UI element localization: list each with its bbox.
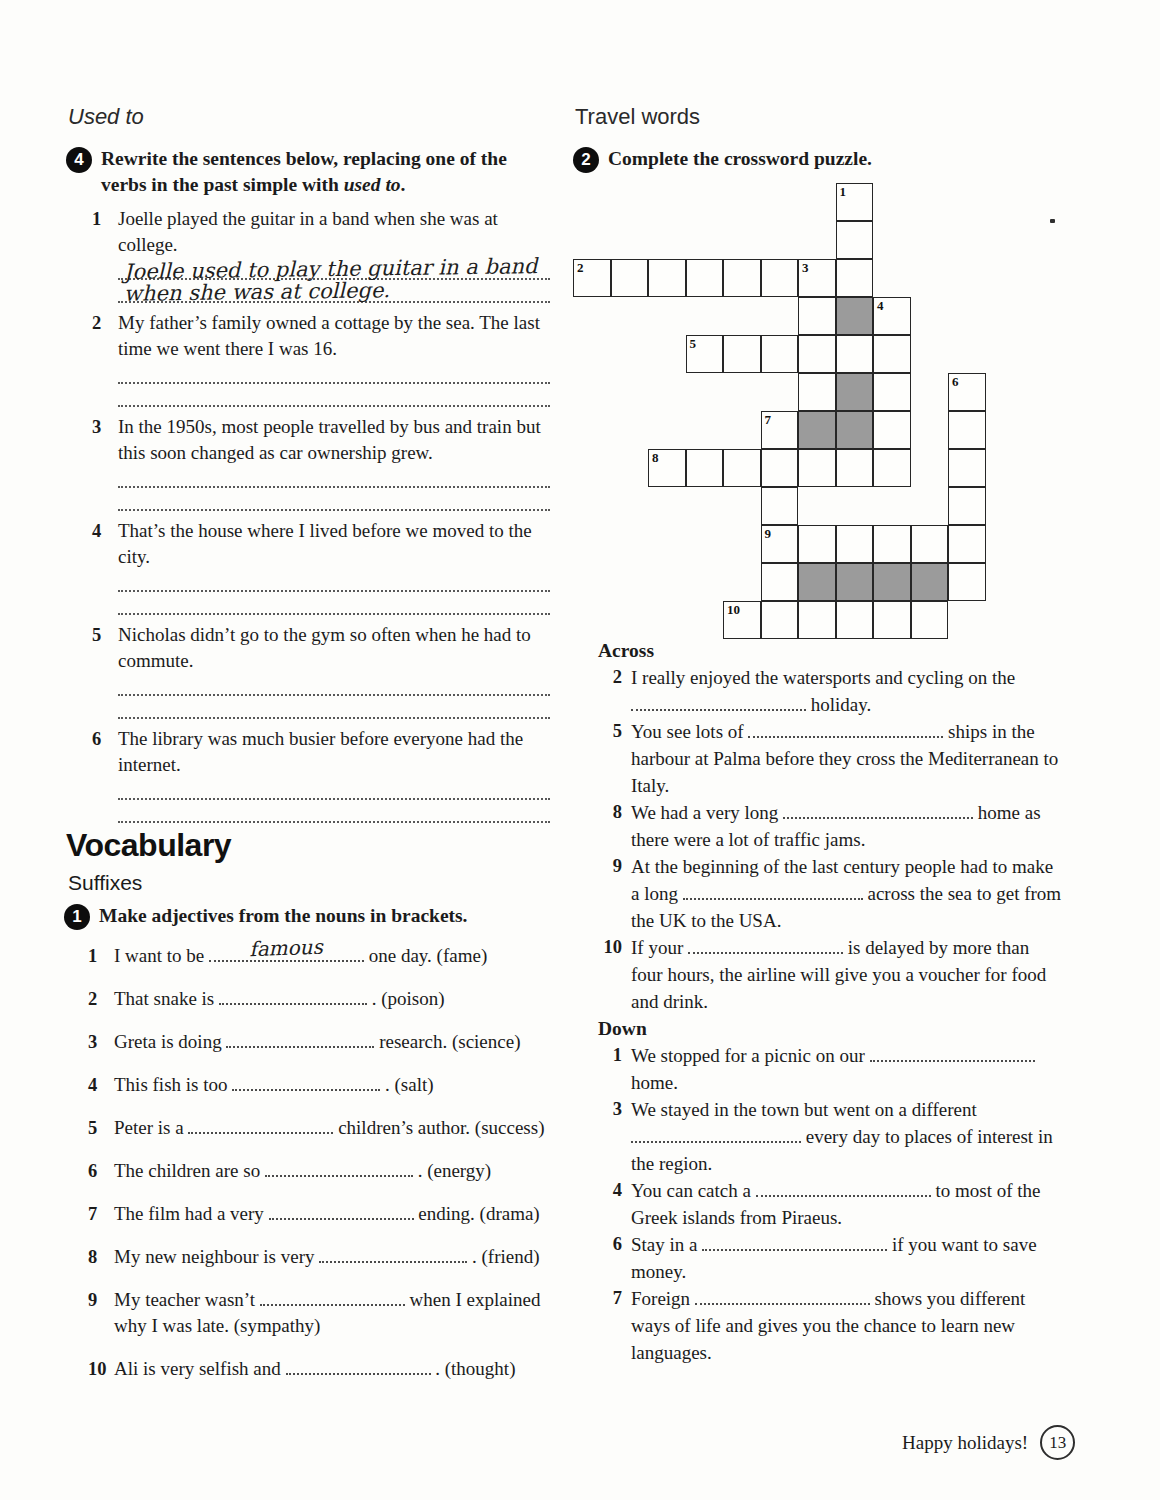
down-clue: 1We stopped for a picnic on our home. xyxy=(598,1042,1068,1096)
clue-fill-in-blank[interactable] xyxy=(783,804,973,819)
crossword-cell[interactable] xyxy=(798,297,836,335)
crossword-cell[interactable] xyxy=(873,411,911,449)
used-to-item: 1Joelle played the guitar in a band when… xyxy=(90,206,550,303)
used-to-item-row: 2My father’s family owned a cottage by t… xyxy=(90,310,550,407)
answer-dotted-line[interactable]: when she was at college. xyxy=(118,280,550,303)
page-number-badge: 13 xyxy=(1040,1425,1075,1460)
crossword-cell[interactable] xyxy=(723,259,761,297)
fill-in-blank[interactable]: famous xyxy=(209,947,364,962)
exercise-1-instruction-text: Make adjectives from the nouns in bracke… xyxy=(99,903,468,929)
item-number: 2 xyxy=(86,986,114,1012)
down-heading: Down xyxy=(598,1015,1068,1042)
vocabulary-item: 2That snake is . (poison) xyxy=(86,986,560,1012)
item-number: 1 xyxy=(86,943,114,969)
answer-dotted-line[interactable] xyxy=(118,800,550,823)
down-clue: 7Foreign shows you different ways of lif… xyxy=(598,1285,1068,1366)
crossword-cell[interactable] xyxy=(911,601,949,639)
crossword-cell[interactable] xyxy=(948,525,986,563)
vocabulary-heading: Vocabulary xyxy=(66,827,231,864)
used-to-item: 2My father’s family owned a cottage by t… xyxy=(90,310,550,407)
crossword-cell[interactable] xyxy=(611,259,649,297)
exercise-1-number-badge: 1 xyxy=(64,904,90,930)
clue-fill-in-blank[interactable] xyxy=(702,1236,887,1251)
across-clue: 5You see lots of ships in the harbour at… xyxy=(598,718,1068,799)
clue-text: We had a very long home as there were a … xyxy=(631,799,1065,853)
vocabulary-item: 1I want to be famous one day. (fame) xyxy=(86,943,560,969)
instruction-italic-part: used to xyxy=(344,174,401,195)
crossword-cell[interactable] xyxy=(761,259,799,297)
clue-number: 6 xyxy=(598,1231,622,1285)
crossword-clue-number: 8 xyxy=(652,450,659,465)
item-sentence: Nicholas didn’t go to the gym so often w… xyxy=(118,622,550,719)
crossword-cell[interactable]: 5 xyxy=(686,335,724,373)
clue-fill-in-blank[interactable] xyxy=(748,723,943,738)
fill-in-blank[interactable] xyxy=(232,1076,380,1091)
crossword-cell[interactable] xyxy=(686,449,724,487)
item-number: 3 xyxy=(86,1029,114,1055)
clue-text: At the beginning of the last century peo… xyxy=(631,853,1065,934)
crossword-cell[interactable] xyxy=(948,487,986,525)
item-number: 4 xyxy=(90,518,118,615)
crossword-cell[interactable]: 4 xyxy=(873,297,911,335)
clue-number: 9 xyxy=(598,853,622,934)
answer-dotted-line[interactable] xyxy=(118,362,550,384)
fill-in-blank[interactable] xyxy=(286,1360,431,1375)
crossword-clue-number: 6 xyxy=(952,374,959,389)
down-clue: 3We stayed in the town but went on a dif… xyxy=(598,1096,1068,1177)
crossword-cell[interactable] xyxy=(686,259,724,297)
across-heading: Across xyxy=(598,637,1068,664)
down-clue: 4You can catch a to most of the Greek is… xyxy=(598,1177,1068,1231)
used-to-heading: Used to xyxy=(68,104,144,130)
item-sentence: Joelle played the guitar in a band when … xyxy=(118,206,550,303)
fill-in-blank[interactable] xyxy=(269,1205,414,1220)
crossword-blocked-cell xyxy=(836,373,874,411)
clue-text: You can catch a to most of the Greek isl… xyxy=(631,1177,1065,1231)
item-number: 2 xyxy=(90,310,118,407)
used-to-item: 4That’s the house where I lived before w… xyxy=(90,518,550,615)
clue-number: 10 xyxy=(598,934,622,1015)
crossword-cell[interactable]: 3 xyxy=(798,259,836,297)
crossword-cell[interactable]: 1 xyxy=(836,183,874,221)
crossword-cell[interactable] xyxy=(836,449,874,487)
crossword-clue-number: 5 xyxy=(690,336,697,351)
crossword-cell[interactable] xyxy=(761,563,799,601)
vocabulary-items-list: 1I want to be famous one day. (fame)2Tha… xyxy=(86,943,560,1399)
crossword-cell[interactable] xyxy=(911,525,949,563)
item-sentence: In the 1950s, most people travelled by b… xyxy=(118,414,550,511)
answer-dotted-line[interactable] xyxy=(118,488,550,511)
item-number: 1 xyxy=(90,206,118,303)
crossword-clue-number: 2 xyxy=(577,260,584,275)
crossword-cell[interactable] xyxy=(648,259,686,297)
fill-in-blank[interactable] xyxy=(226,1033,374,1048)
fill-in-blank[interactable] xyxy=(219,990,367,1005)
crossword-clue-number: 9 xyxy=(765,526,772,541)
item-sentence: The library was much busier before every… xyxy=(118,726,550,823)
item-number: 7 xyxy=(86,1201,114,1227)
item-sentence: My father’s family owned a cottage by th… xyxy=(118,310,550,407)
item-number: 3 xyxy=(90,414,118,511)
across-clues-list: 2I really enjoyed the watersports and cy… xyxy=(598,664,1068,1015)
answer-dotted-line[interactable] xyxy=(118,674,550,696)
item-sentence: Peter is a children’s author. (success) xyxy=(114,1115,560,1141)
answer-dotted-line[interactable] xyxy=(118,778,550,800)
crossword-cell[interactable] xyxy=(873,449,911,487)
clue-text: If your is delayed by more than four hou… xyxy=(631,934,1065,1015)
answer-dotted-line[interactable]: Joelle used to play the guitar in a band xyxy=(118,258,550,280)
crossword-cell[interactable] xyxy=(761,487,799,525)
down-clue: 6Stay in a if you want to save money. xyxy=(598,1231,1068,1285)
crossword-cell[interactable] xyxy=(761,601,799,639)
fill-in-blank[interactable] xyxy=(265,1162,413,1177)
clue-fill-in-blank[interactable] xyxy=(631,696,806,711)
crossword-cell[interactable] xyxy=(798,335,836,373)
crossword-blocked-cell xyxy=(798,411,836,449)
used-to-item-row: 3In the 1950s, most people travelled by … xyxy=(90,414,550,511)
crossword-cell[interactable] xyxy=(836,259,874,297)
clue-text: We stopped for a picnic on our home. xyxy=(631,1042,1065,1096)
clue-text: Foreign shows you different ways of life… xyxy=(631,1285,1065,1366)
used-to-items-list: 1Joelle played the guitar in a band when… xyxy=(90,206,550,830)
crossword-cell[interactable] xyxy=(948,411,986,449)
item-sentence: Ali is very selfish and . (thought) xyxy=(114,1356,560,1382)
item-number: 4 xyxy=(86,1072,114,1098)
crossword-cell[interactable] xyxy=(873,601,911,639)
crossword-clue-number: 1 xyxy=(840,184,847,199)
crossword-blocked-cell xyxy=(836,411,874,449)
crossword-cell[interactable] xyxy=(723,335,761,373)
clue-text: We stayed in the town but went on a diff… xyxy=(631,1096,1065,1177)
exercise-4-instruction-text: Rewrite the sentences below, replacing o… xyxy=(101,146,536,198)
clue-text: I really enjoyed the watersports and cyc… xyxy=(631,664,1065,718)
crossword-cell[interactable] xyxy=(873,335,911,373)
across-clue: 9At the beginning of the last century pe… xyxy=(598,853,1068,934)
footer-title: Happy holidays! xyxy=(902,1432,1028,1454)
crossword-cell[interactable] xyxy=(948,449,986,487)
clue-fill-in-blank[interactable] xyxy=(631,1128,801,1143)
fill-in-blank[interactable] xyxy=(319,1248,467,1263)
instruction-post: . xyxy=(401,174,406,195)
exercise-2-instruction: 2 Complete the crossword puzzle. xyxy=(573,146,1043,173)
crossword-clue-number: 10 xyxy=(727,602,740,617)
used-to-item: 5Nicholas didn’t go to the gym so often … xyxy=(90,622,550,719)
page-footer: Happy holidays! 13 xyxy=(902,1425,1075,1460)
instruction-pre: Rewrite the sentences below, replacing o… xyxy=(101,148,507,195)
crossword-clue-number: 3 xyxy=(802,260,809,275)
workbook-page: Used to 4 Rewrite the sentences below, r… xyxy=(0,0,1160,1500)
crossword-cell[interactable]: 8 xyxy=(648,449,686,487)
vocabulary-item: 10Ali is very selfish and . (thought) xyxy=(86,1356,560,1382)
exercise-2-number-badge: 2 xyxy=(573,147,599,173)
crossword-cell[interactable] xyxy=(798,525,836,563)
vocabulary-item: 4This fish is too . (salt) xyxy=(86,1072,560,1098)
crossword-cell[interactable] xyxy=(761,449,799,487)
item-sentence: That snake is . (poison) xyxy=(114,986,560,1012)
crossword-cell[interactable] xyxy=(798,449,836,487)
exercise-1-instruction: 1 Make adjectives from the nouns in brac… xyxy=(64,903,534,930)
used-to-item-row: 6The library was much busier before ever… xyxy=(90,726,550,823)
item-number: 6 xyxy=(86,1158,114,1184)
crossword-cell[interactable] xyxy=(723,449,761,487)
suffixes-subheading: Suffixes xyxy=(68,871,142,895)
crossword-clue-number: 7 xyxy=(765,412,772,427)
crossword-cell[interactable] xyxy=(873,525,911,563)
vocabulary-item: 6The children are so . (energy) xyxy=(86,1158,560,1184)
fill-in-blank[interactable] xyxy=(260,1291,405,1306)
item-sentence: The film had a very ending. (drama) xyxy=(114,1201,560,1227)
clue-number: 4 xyxy=(598,1177,622,1231)
down-clues-list: 1We stopped for a picnic on our home.3We… xyxy=(598,1042,1068,1366)
crossword-blocked-cell xyxy=(836,297,874,335)
crossword-blocked-cell xyxy=(911,563,949,601)
across-clue: 10If your is delayed by more than four h… xyxy=(598,934,1068,1015)
crossword-cell[interactable]: 9 xyxy=(761,525,799,563)
used-to-item-row: 4That’s the house where I lived before w… xyxy=(90,518,550,615)
clue-number: 5 xyxy=(598,718,622,799)
clue-fill-in-blank[interactable] xyxy=(756,1182,931,1197)
item-sentence: I want to be famous one day. (fame) xyxy=(114,943,560,969)
item-sentence: That’s the house where I lived before we… xyxy=(118,518,550,615)
clue-number: 8 xyxy=(598,799,622,853)
crossword-cell[interactable] xyxy=(798,373,836,411)
crossword-clue-number: 4 xyxy=(877,298,884,313)
clue-fill-in-blank[interactable] xyxy=(683,885,863,900)
item-sentence: The children are so . (energy) xyxy=(114,1158,560,1184)
crossword-cell[interactable] xyxy=(948,563,986,601)
crossword-cell[interactable] xyxy=(873,373,911,411)
crossword-cell[interactable]: 2 xyxy=(573,259,611,297)
item-sentence: My new neighbour is very . (friend) xyxy=(114,1244,560,1270)
crossword-cell[interactable] xyxy=(836,601,874,639)
crossword-clues: Across 2I really enjoyed the watersports… xyxy=(598,637,1068,1366)
answer-dotted-line[interactable] xyxy=(118,696,550,719)
vocabulary-item: 3Greta is doing research. (science) xyxy=(86,1029,560,1055)
across-clue: 8We had a very long home as there were a… xyxy=(598,799,1068,853)
crossword-cell[interactable]: 6 xyxy=(948,373,986,411)
fill-in-blank[interactable] xyxy=(188,1119,333,1134)
vocabulary-item: 8My new neighbour is very . (friend) xyxy=(86,1244,560,1270)
crossword-cell[interactable]: 10 xyxy=(723,601,761,639)
answer-dotted-line[interactable] xyxy=(118,384,550,407)
vocabulary-item: 9My teacher wasn’t when I explained why … xyxy=(86,1287,560,1339)
answer-dotted-line[interactable] xyxy=(118,592,550,615)
crossword-grid: 12345678910 xyxy=(573,183,986,639)
crossword-cell[interactable] xyxy=(836,525,874,563)
exercise-4-number-badge: 4 xyxy=(66,147,92,173)
used-to-item-row: 1Joelle played the guitar in a band when… xyxy=(90,206,550,303)
crossword-cell[interactable] xyxy=(761,335,799,373)
item-number: 5 xyxy=(90,622,118,719)
handwritten-answer: when she was at college. xyxy=(124,277,390,307)
item-sentence: This fish is too . (salt) xyxy=(114,1072,560,1098)
clue-fill-in-blank[interactable] xyxy=(688,939,843,954)
item-number: 9 xyxy=(86,1287,114,1339)
vocabulary-item: 7The film had a very ending. (drama) xyxy=(86,1201,560,1227)
crossword-cell[interactable]: 7 xyxy=(761,411,799,449)
clue-number: 3 xyxy=(598,1096,622,1177)
used-to-item-row: 5Nicholas didn’t go to the gym so often … xyxy=(90,622,550,719)
exercise-4-instruction: 4 Rewrite the sentences below, replacing… xyxy=(66,146,536,198)
crossword-cell[interactable] xyxy=(798,601,836,639)
answer-dotted-line[interactable] xyxy=(118,466,550,488)
item-number: 8 xyxy=(86,1244,114,1270)
used-to-item: 3In the 1950s, most people travelled by … xyxy=(90,414,550,511)
answer-dotted-line[interactable] xyxy=(118,570,550,592)
crossword-cell[interactable] xyxy=(836,221,874,259)
item-sentence: Greta is doing research. (science) xyxy=(114,1029,560,1055)
crossword-blocked-cell xyxy=(798,563,836,601)
handwritten-answer: famous xyxy=(249,934,323,963)
exercise-2-instruction-text: Complete the crossword puzzle. xyxy=(608,146,872,172)
travel-words-heading: Travel words xyxy=(575,104,700,130)
clue-number: 7 xyxy=(598,1285,622,1366)
clue-fill-in-blank[interactable] xyxy=(695,1290,870,1305)
item-number: 10 xyxy=(86,1356,114,1382)
item-number: 5 xyxy=(86,1115,114,1141)
crossword-blocked-cell xyxy=(873,563,911,601)
across-clue: 2I really enjoyed the watersports and cy… xyxy=(598,664,1068,718)
vocabulary-item: 5Peter is a children’s author. (success) xyxy=(86,1115,560,1141)
clue-number: 2 xyxy=(598,664,622,718)
used-to-item: 6The library was much busier before ever… xyxy=(90,726,550,823)
clue-text: Stay in a if you want to save money. xyxy=(631,1231,1065,1285)
item-sentence: My teacher wasn’t when I explained why I… xyxy=(114,1287,560,1339)
clue-number: 1 xyxy=(598,1042,622,1096)
clue-fill-in-blank[interactable] xyxy=(870,1047,1035,1062)
crossword-blocked-cell xyxy=(836,563,874,601)
scan-speck xyxy=(1050,219,1055,223)
clue-text: You see lots of ships in the harbour at … xyxy=(631,718,1065,799)
crossword-cell[interactable] xyxy=(836,335,874,373)
item-number: 6 xyxy=(90,726,118,823)
